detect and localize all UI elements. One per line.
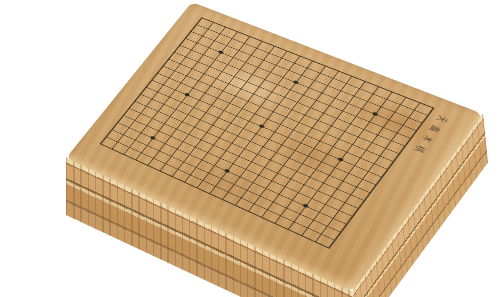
brand-character: 鑫 (426, 123, 445, 136)
brand-character: 天 (433, 113, 452, 125)
photo-canvas: 天鑫木棋 (0, 0, 500, 297)
brand-character: 棋 (411, 143, 430, 156)
brand-character: 木 (418, 133, 437, 146)
